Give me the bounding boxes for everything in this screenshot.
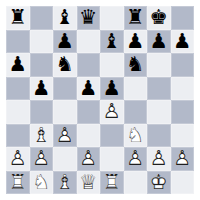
white-pawn-e4[interactable]: ♟︎♙︎ xyxy=(100,100,124,124)
white-pawn-h2[interactable]: ♟︎♙︎ xyxy=(171,147,195,171)
black-rook-f8[interactable]: ♜︎ xyxy=(124,6,148,30)
king-outline-layer: ♔︎ xyxy=(147,171,171,195)
pawn-glyph: ♟︎ xyxy=(53,30,77,54)
square-a2[interactable]: ♟︎♙︎ xyxy=(6,147,30,171)
square-c2[interactable] xyxy=(53,147,77,171)
square-c5[interactable] xyxy=(53,77,77,101)
square-g6[interactable] xyxy=(147,53,171,77)
square-e1[interactable]: ♜︎♖︎ xyxy=(100,171,124,195)
white-pawn-f2[interactable]: ♟︎♙︎ xyxy=(124,147,148,171)
pawn-outline-layer: ♙︎ xyxy=(171,147,195,171)
black-knight-c6[interactable]: ♞︎ xyxy=(53,53,77,77)
pawn-glyph: ♟︎ xyxy=(77,77,101,101)
square-d4[interactable] xyxy=(77,100,101,124)
pawn-outline-layer: ♙︎ xyxy=(124,147,148,171)
pawn-outline-layer: ♙︎ xyxy=(100,100,124,124)
square-a4[interactable] xyxy=(6,100,30,124)
black-pawn-g7[interactable]: ♟︎ xyxy=(147,30,171,54)
rook-outline-layer: ♖︎ xyxy=(100,171,124,195)
square-d7[interactable] xyxy=(77,30,101,54)
square-h4[interactable] xyxy=(171,100,195,124)
black-pawn-b5[interactable]: ♟︎ xyxy=(30,77,54,101)
square-b7[interactable] xyxy=(30,30,54,54)
knight-glyph: ♞︎ xyxy=(124,53,148,77)
queen-glyph: ♛︎ xyxy=(77,6,101,30)
pawn-glyph: ♟︎ xyxy=(30,77,54,101)
square-f5[interactable] xyxy=(124,77,148,101)
chess-board: ♜︎♝︎♛︎♜︎♚︎♟︎♝︎♟︎♟︎♟︎♟︎♞︎♞︎♟︎♟︎♟︎♟︎♙︎♝︎♗︎… xyxy=(6,6,194,194)
white-king-g1[interactable]: ♚︎♔︎ xyxy=(147,171,171,195)
black-pawn-d5[interactable]: ♟︎ xyxy=(77,77,101,101)
square-h8[interactable] xyxy=(171,6,195,30)
bishop-glyph: ♝︎ xyxy=(100,30,124,54)
square-b5[interactable]: ♟︎ xyxy=(30,77,54,101)
square-d5[interactable]: ♟︎ xyxy=(77,77,101,101)
white-queen-d1[interactable]: ♛︎♕︎ xyxy=(77,171,101,195)
white-pawn-b2[interactable]: ♟︎♙︎ xyxy=(30,147,54,171)
square-b4[interactable] xyxy=(30,100,54,124)
black-pawn-e5[interactable]: ♟︎ xyxy=(100,77,124,101)
square-d3[interactable] xyxy=(77,124,101,148)
square-g2[interactable]: ♟︎♙︎ xyxy=(147,147,171,171)
black-knight-f6[interactable]: ♞︎ xyxy=(124,53,148,77)
square-g1[interactable]: ♚︎♔︎ xyxy=(147,171,171,195)
square-f7[interactable]: ♟︎ xyxy=(124,30,148,54)
square-a1[interactable]: ♜︎♖︎ xyxy=(6,171,30,195)
square-b1[interactable]: ♞︎♘︎ xyxy=(30,171,54,195)
bishop-outline-layer: ♗︎ xyxy=(53,171,77,195)
knight-outline-layer: ♘︎ xyxy=(30,171,54,195)
square-c8[interactable]: ♝︎ xyxy=(53,6,77,30)
square-b6[interactable] xyxy=(30,53,54,77)
square-f6[interactable]: ♞︎ xyxy=(124,53,148,77)
square-f8[interactable]: ♜︎ xyxy=(124,6,148,30)
chess-diagram: ♜︎♝︎♛︎♜︎♚︎♟︎♝︎♟︎♟︎♟︎♟︎♞︎♞︎♟︎♟︎♟︎♟︎♙︎♝︎♗︎… xyxy=(0,0,200,200)
square-d2[interactable]: ♟︎♙︎ xyxy=(77,147,101,171)
knight-glyph: ♞︎ xyxy=(53,53,77,77)
square-h1[interactable] xyxy=(171,171,195,195)
black-pawn-a6[interactable]: ♟︎ xyxy=(6,53,30,77)
square-h3[interactable] xyxy=(171,124,195,148)
square-e8[interactable] xyxy=(100,6,124,30)
white-pawn-g2[interactable]: ♟︎♙︎ xyxy=(147,147,171,171)
white-rook-e1[interactable]: ♜︎♖︎ xyxy=(100,171,124,195)
square-h5[interactable] xyxy=(171,77,195,101)
square-c4[interactable] xyxy=(53,100,77,124)
white-pawn-d2[interactable]: ♟︎♙︎ xyxy=(77,147,101,171)
white-pawn-c3[interactable]: ♟︎♙︎ xyxy=(53,124,77,148)
square-f2[interactable]: ♟︎♙︎ xyxy=(124,147,148,171)
square-g8[interactable]: ♚︎ xyxy=(147,6,171,30)
black-bishop-e7[interactable]: ♝︎ xyxy=(100,30,124,54)
square-b2[interactable]: ♟︎♙︎ xyxy=(30,147,54,171)
white-knight-f3[interactable]: ♞︎♘︎ xyxy=(124,124,148,148)
rook-glyph: ♜︎ xyxy=(124,6,148,30)
pawn-glyph: ♟︎ xyxy=(147,30,171,54)
square-f4[interactable] xyxy=(124,100,148,124)
pawn-outline-layer: ♙︎ xyxy=(147,147,171,171)
square-h7[interactable]: ♟︎ xyxy=(171,30,195,54)
square-c6[interactable]: ♞︎ xyxy=(53,53,77,77)
square-e4[interactable]: ♟︎♙︎ xyxy=(100,100,124,124)
pawn-glyph: ♟︎ xyxy=(100,77,124,101)
square-b8[interactable] xyxy=(30,6,54,30)
square-a5[interactable] xyxy=(6,77,30,101)
square-e3[interactable] xyxy=(100,124,124,148)
square-c7[interactable]: ♟︎ xyxy=(53,30,77,54)
black-queen-d8[interactable]: ♛︎ xyxy=(77,6,101,30)
square-c3[interactable]: ♟︎♙︎ xyxy=(53,124,77,148)
square-e5[interactable]: ♟︎ xyxy=(100,77,124,101)
white-knight-b1[interactable]: ♞︎♘︎ xyxy=(30,171,54,195)
pawn-glyph: ♟︎ xyxy=(171,30,195,54)
white-rook-a1[interactable]: ♜︎♖︎ xyxy=(6,171,30,195)
queen-outline-layer: ♕︎ xyxy=(77,171,101,195)
square-d6[interactable] xyxy=(77,53,101,77)
square-a7[interactable] xyxy=(6,30,30,54)
square-b3[interactable]: ♝︎♗︎ xyxy=(30,124,54,148)
black-pawn-c7[interactable]: ♟︎ xyxy=(53,30,77,54)
square-a8[interactable]: ♜︎ xyxy=(6,6,30,30)
pawn-glyph: ♟︎ xyxy=(6,53,30,77)
square-g7[interactable]: ♟︎ xyxy=(147,30,171,54)
square-e7[interactable]: ♝︎ xyxy=(100,30,124,54)
rook-outline-layer: ♖︎ xyxy=(6,171,30,195)
bishop-outline-layer: ♗︎ xyxy=(30,124,54,148)
square-d8[interactable]: ♛︎ xyxy=(77,6,101,30)
pawn-outline-layer: ♙︎ xyxy=(77,147,101,171)
square-e6[interactable] xyxy=(100,53,124,77)
square-c1[interactable]: ♝︎♗︎ xyxy=(53,171,77,195)
black-pawn-f7[interactable]: ♟︎ xyxy=(124,30,148,54)
square-e2[interactable] xyxy=(100,147,124,171)
rook-glyph: ♜︎ xyxy=(6,6,30,30)
square-a6[interactable]: ♟︎ xyxy=(6,53,30,77)
square-g5[interactable] xyxy=(147,77,171,101)
square-f3[interactable]: ♞︎♘︎ xyxy=(124,124,148,148)
white-bishop-c1[interactable]: ♝︎♗︎ xyxy=(53,171,77,195)
black-bishop-c8[interactable]: ♝︎ xyxy=(53,6,77,30)
pawn-outline-layer: ♙︎ xyxy=(30,147,54,171)
pawn-outline-layer: ♙︎ xyxy=(53,124,77,148)
square-d1[interactable]: ♛︎♕︎ xyxy=(77,171,101,195)
bishop-glyph: ♝︎ xyxy=(53,6,77,30)
king-glyph: ♚︎ xyxy=(147,6,171,30)
square-g3[interactable] xyxy=(147,124,171,148)
white-bishop-b3[interactable]: ♝︎♗︎ xyxy=(30,124,54,148)
square-h6[interactable] xyxy=(171,53,195,77)
square-f1[interactable] xyxy=(124,171,148,195)
black-king-g8[interactable]: ♚︎ xyxy=(147,6,171,30)
white-pawn-a2[interactable]: ♟︎♙︎ xyxy=(6,147,30,171)
pawn-glyph: ♟︎ xyxy=(124,30,148,54)
black-rook-a8[interactable]: ♜︎ xyxy=(6,6,30,30)
black-pawn-h7[interactable]: ♟︎ xyxy=(171,30,195,54)
knight-outline-layer: ♘︎ xyxy=(124,124,148,148)
pawn-outline-layer: ♙︎ xyxy=(6,147,30,171)
square-a3[interactable] xyxy=(6,124,30,148)
square-g4[interactable] xyxy=(147,100,171,124)
square-h2[interactable]: ♟︎♙︎ xyxy=(171,147,195,171)
